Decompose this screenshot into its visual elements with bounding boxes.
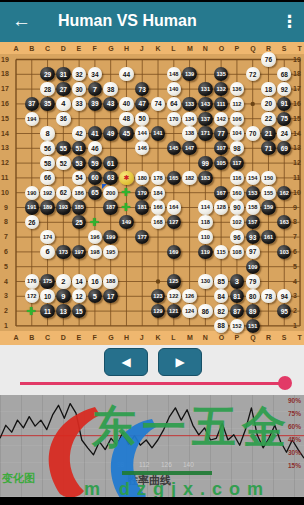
stone-P9-move-90: 90 (230, 200, 244, 214)
stone-R14-move-21: 21 (261, 126, 275, 140)
col-label-top-S: S (282, 45, 287, 53)
stone-R15-move-22: 22 (261, 112, 275, 126)
row-label-right-7: 7 (293, 233, 297, 241)
stone-P11-move-116: 116 (230, 171, 244, 185)
stone-N2-move-86: 86 (198, 304, 212, 318)
row-label-right-5: 5 (293, 263, 297, 271)
stone-D3-move-9: 9 (56, 289, 70, 303)
back-arrow-icon[interactable]: ← (12, 10, 31, 32)
stone-P16-move-112: 112 (230, 97, 244, 111)
stone-C16-move-35: 35 (40, 97, 54, 111)
stone-E4-move-14: 14 (72, 274, 86, 288)
row-label-left-19: 19 (1, 56, 9, 64)
stone-N12-move-99: 99 (198, 156, 212, 170)
stone-Q4-move-79: 79 (246, 274, 260, 288)
stone-N15-move-137: 137 (198, 112, 212, 126)
stone-G4-move-188: 188 (103, 274, 117, 288)
y-axis-label-30: 30% (288, 449, 301, 457)
stone-D9-move-193: 193 (56, 200, 70, 214)
y-axis-label-45: 45% (288, 436, 301, 444)
row-label-right-12: 12 (293, 159, 301, 167)
stone-N17-move-131: 131 (198, 82, 212, 96)
row-label-left-10: 10 (1, 189, 9, 197)
blue-triangle-marker-G10 (102, 184, 107, 189)
stone-N6-move-119: 119 (198, 245, 212, 259)
y-axis-label-60: 60% (288, 423, 301, 431)
row-label-right-14: 14 (293, 130, 301, 138)
stone-L16-move-64: 64 (167, 97, 181, 111)
col-label-bottom-B: B (29, 334, 34, 342)
stone-D13-move-55: 55 (56, 141, 70, 155)
stone-F10-move-65: 65 (88, 186, 102, 200)
stone-P4-move-3: 3 (230, 274, 244, 288)
row-label-left-6: 6 (4, 248, 8, 256)
row-label-left-8: 8 (4, 218, 8, 226)
stone-B9-move-191: 191 (25, 200, 39, 214)
row-label-right-4: 4 (293, 278, 297, 286)
stone-Q1-move-151: 151 (246, 319, 260, 333)
stone-R3-move-78: 78 (261, 289, 275, 303)
stone-L6-move-169: 169 (167, 245, 181, 259)
y-axis-label-15: 15% (288, 462, 301, 470)
next-move-button[interactable]: ▶ (158, 348, 202, 376)
col-label-top-O: O (219, 45, 224, 53)
stone-C11-move-66: 66 (40, 171, 54, 185)
stone-G7-move-199: 199 (103, 230, 117, 244)
stone-Q9-move-158: 158 (246, 200, 260, 214)
tab-winrate-curve[interactable]: 胜率曲线 (127, 473, 171, 488)
row-label-right-9: 9 (293, 204, 297, 212)
stone-B4-move-176: 176 (25, 274, 39, 288)
stone-M16-move-133: 133 (182, 97, 196, 111)
col-label-bottom-A: A (14, 334, 19, 342)
col-label-bottom-E: E (77, 334, 82, 342)
stone-R11-move-150: 150 (261, 171, 275, 185)
stone-H8-move-149: 149 (119, 215, 133, 229)
row-label-right-6: 6 (293, 248, 297, 256)
stone-C14-move-8: 8 (40, 126, 54, 140)
stone-D15-move-36: 36 (56, 112, 70, 126)
stone-N14-move-171: 171 (198, 126, 212, 140)
stone-O10-move-167: 167 (214, 186, 228, 200)
col-label-top-L: L (171, 45, 175, 53)
stone-M15-move-134: 134 (182, 112, 196, 126)
col-label-top-B: B (29, 45, 34, 53)
stone-R7-move-161: 161 (261, 230, 275, 244)
col-label-top-A: A (14, 45, 19, 53)
col-label-top-F: F (92, 45, 96, 53)
col-label-top-E: E (77, 45, 82, 53)
stone-D16-move-4: 4 (56, 97, 70, 111)
stone-F4-move-16: 16 (88, 274, 102, 288)
row-label-left-12: 12 (1, 159, 9, 167)
stone-N8-move-118: 118 (198, 215, 212, 229)
stone-N11-move-183: 183 (198, 171, 212, 185)
row-label-right-1: 1 (293, 322, 297, 330)
stone-C9-move-189: 189 (40, 200, 54, 214)
stone-R9-move-159: 159 (261, 200, 275, 214)
col-label-bottom-L: L (171, 334, 175, 342)
stone-B10-move-190: 190 (25, 186, 39, 200)
y-axis-label-90: 90% (288, 397, 301, 405)
stone-R10-move-155: 155 (261, 186, 275, 200)
green-flower-marker-H9: ✚ (121, 202, 130, 213)
stone-Q2-move-89: 89 (246, 304, 260, 318)
stone-C4-move-175: 175 (40, 274, 54, 288)
kebab-menu-icon[interactable]: ⋮ (281, 11, 298, 32)
stone-S14-move-24: 24 (277, 126, 291, 140)
x-axis-label-140: 140 (183, 461, 194, 469)
col-label-bottom-C: C (45, 334, 50, 342)
stone-D18-move-31: 31 (56, 67, 70, 81)
stone-M14-move-138: 138 (182, 126, 196, 140)
stone-M2-move-124: 124 (182, 304, 196, 318)
win-rate-graph: 变化图 胜率曲线 90%75%60%45%30%15%98112126140 (0, 395, 304, 497)
col-label-bottom-O: O (219, 334, 224, 342)
move-navigation-zone: ◀ ▶ (0, 345, 304, 395)
stone-K14-move-141: 141 (151, 126, 165, 140)
row-label-left-4: 4 (4, 278, 8, 286)
bottom-system-bar (0, 497, 304, 505)
stone-R13-move-71: 71 (261, 141, 275, 155)
row-label-right-8: 8 (293, 218, 297, 226)
row-label-right-16: 16 (293, 100, 301, 108)
stone-C12-move-58: 58 (40, 156, 54, 170)
stone-G12-move-61: 61 (103, 156, 117, 170)
stone-D4-move-2: 2 (56, 274, 70, 288)
row-label-right-19: 19 (293, 56, 301, 64)
stone-Q11-move-154: 154 (246, 171, 260, 185)
stone-L4-move-125: 125 (167, 274, 181, 288)
col-label-top-N: N (203, 45, 208, 53)
col-label-top-K: K (156, 45, 161, 53)
phone-screen: ← Human VS Human ⋮ AABBCCDDEEFFGGHHJJKKL… (0, 0, 304, 505)
row-label-left-5: 5 (4, 263, 8, 271)
stone-Q7-move-93: 93 (246, 230, 260, 244)
col-label-top-J: J (140, 45, 144, 53)
stone-G6-move-195: 195 (103, 245, 117, 259)
stone-D12-move-52: 52 (56, 156, 70, 170)
col-label-bottom-R: R (266, 334, 271, 342)
col-label-bottom-M: M (187, 334, 193, 342)
stone-N7-move-110: 110 (198, 230, 212, 244)
row-label-left-9: 9 (4, 204, 8, 212)
stone-H15-move-48: 48 (119, 112, 133, 126)
stone-G9-move-187: 187 (103, 200, 117, 214)
stone-Q5-move-109: 109 (246, 260, 260, 274)
row-label-left-15: 15 (1, 115, 9, 123)
stone-Q6-move-97: 97 (246, 245, 260, 259)
stone-O15-move-142: 142 (214, 112, 228, 126)
col-label-bottom-F: F (92, 334, 96, 342)
stone-Q10-move-153: 153 (246, 186, 260, 200)
col-label-top-P: P (234, 45, 239, 53)
stone-H16-move-40: 40 (119, 97, 133, 111)
col-label-top-C: C (45, 45, 50, 53)
stone-F6-move-198: 198 (88, 245, 102, 259)
col-label-bottom-P: P (234, 334, 239, 342)
stone-R16-move-20: 20 (261, 97, 275, 111)
x-axis-label-126: 126 (161, 461, 172, 469)
stone-G14-move-49: 49 (103, 126, 117, 140)
col-label-top-D: D (61, 45, 66, 53)
row-label-right-17: 17 (293, 85, 301, 93)
col-label-top-Q: Q (250, 45, 255, 53)
row-label-left-13: 13 (1, 144, 9, 152)
stone-H18-move-44: 44 (119, 67, 133, 81)
row-label-left-11: 11 (1, 174, 8, 182)
row-label-right-15: 15 (293, 115, 301, 123)
row-label-left-16: 16 (1, 100, 9, 108)
col-label-top-T: T (298, 45, 302, 53)
row-label-left-2: 2 (4, 307, 8, 315)
stone-F11-move-60: 60 (88, 171, 102, 185)
go-board[interactable]: AABBCCDDEEFFGGHHJJKKLLMMNNOOPPQQRRSSTT19… (0, 42, 304, 345)
row-label-left-7: 7 (4, 233, 8, 241)
stone-D2-move-13: 13 (56, 304, 70, 318)
prev-move-button[interactable]: ◀ (104, 348, 148, 376)
move-slider-handle[interactable] (278, 376, 292, 390)
app-bar: ← Human VS Human ⋮ (0, 2, 304, 42)
stone-P1-move-152: 152 (230, 319, 244, 333)
stone-L15-move-170: 170 (167, 112, 181, 126)
stone-B15-move-194: 194 (25, 112, 39, 126)
col-label-bottom-T: T (298, 334, 302, 342)
stone-R17-move-18: 18 (261, 82, 275, 96)
stone-G16-move-43: 43 (103, 97, 117, 111)
stone-F14-move-41: 41 (88, 126, 102, 140)
col-label-bottom-G: G (108, 334, 113, 342)
stone-K9-move-166: 166 (151, 200, 165, 214)
stone-O14-move-77: 77 (214, 126, 228, 140)
green-flower-marker-F8: ✚ (89, 217, 98, 228)
yellow-highlight-stone-marker-H11: ✱ (119, 171, 133, 185)
row-label-right-13: 13 (293, 144, 301, 152)
row-label-left-18: 18 (1, 70, 9, 78)
col-label-bottom-H: H (124, 334, 129, 342)
stone-M11-move-182: 182 (182, 171, 196, 185)
row-label-left-14: 14 (1, 130, 9, 138)
stone-P10-move-160: 160 (230, 186, 244, 200)
stone-J9-move-181: 181 (135, 200, 149, 214)
col-label-top-M: M (187, 45, 193, 53)
row-label-left-17: 17 (1, 85, 9, 93)
page-title: Human VS Human (58, 12, 197, 30)
row-label-right-11: 11 (293, 174, 300, 182)
stone-R19-move-76: 76 (261, 52, 275, 66)
stone-C10-move-192: 192 (40, 186, 54, 200)
stone-H14-move-45: 45 (119, 126, 133, 140)
stone-E10-move-186: 186 (72, 186, 86, 200)
stone-L11-move-165: 165 (167, 171, 181, 185)
col-label-bottom-D: D (61, 334, 66, 342)
stone-B16-move-37: 37 (25, 97, 39, 111)
stone-D6-move-173: 173 (56, 245, 70, 259)
x-axis-label-112: 112 (139, 461, 149, 469)
stone-P14-move-104: 104 (230, 126, 244, 140)
col-label-top-G: G (108, 45, 113, 53)
col-label-bottom-S: S (282, 334, 287, 342)
col-label-bottom-J: J (140, 334, 144, 342)
col-label-top-H: H (124, 45, 129, 53)
stone-L9-move-164: 164 (167, 200, 181, 214)
stone-C17-move-28: 28 (40, 82, 54, 96)
row-label-right-18: 18 (293, 70, 301, 78)
stone-C7-move-174: 174 (40, 230, 54, 244)
stone-D10-move-62: 62 (56, 186, 70, 200)
stone-K10-move-184: 184 (151, 186, 165, 200)
stone-F16-move-39: 39 (88, 97, 102, 111)
tab-variation-chart[interactable]: 变化图 (2, 471, 35, 486)
stone-J14-move-144: 144 (135, 126, 149, 140)
stone-D17-move-27: 27 (56, 82, 70, 96)
stone-G17-move-38: 38 (103, 82, 117, 96)
stone-N4-move-130: 130 (198, 274, 212, 288)
stone-E9-move-185: 185 (72, 200, 86, 214)
stone-N9-move-114: 114 (198, 200, 212, 214)
stone-P15-move-106: 106 (230, 112, 244, 126)
stone-O9-move-128: 128 (214, 200, 228, 214)
y-axis-label-75: 75% (288, 410, 301, 418)
col-label-top-R: R (266, 45, 271, 53)
row-label-right-10: 10 (293, 189, 301, 197)
move-slider-track[interactable] (20, 382, 287, 385)
stone-E14-move-42: 42 (72, 126, 86, 140)
stone-P6-move-108: 108 (230, 245, 244, 259)
stone-C6-move-6: 6 (40, 245, 54, 259)
stone-N16-move-143: 143 (198, 97, 212, 111)
col-label-bottom-K: K (156, 334, 161, 342)
col-label-bottom-N: N (203, 334, 208, 342)
stone-O4-move-85: 85 (214, 274, 228, 288)
stone-C2-move-11: 11 (40, 304, 54, 318)
col-label-bottom-Q: Q (250, 334, 255, 342)
green-flower-marker-H10: ✚ (121, 187, 130, 198)
x-axis-label-98: 98 (117, 461, 124, 469)
row-label-left-1: 1 (4, 322, 8, 330)
green-flower-marker-B2: ✚ (26, 306, 35, 317)
stone-Q14-move-70: 70 (246, 126, 260, 140)
row-label-right-3: 3 (293, 292, 297, 300)
row-label-left-3: 3 (4, 292, 8, 300)
row-label-right-2: 2 (293, 307, 297, 315)
